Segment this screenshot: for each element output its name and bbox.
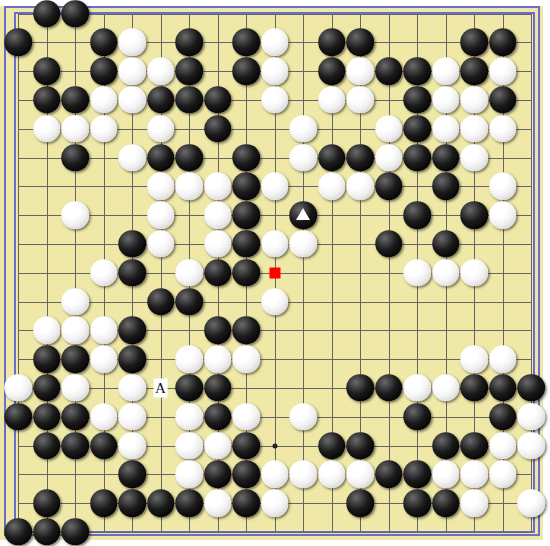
black-stone[interactable] [403,403,431,431]
black-stone[interactable] [517,374,545,402]
black-stone[interactable] [90,29,118,57]
black-stone[interactable] [175,29,203,57]
white-stone[interactable] [403,259,431,287]
black-stone[interactable] [147,288,175,316]
black-stone[interactable] [403,201,431,229]
label-A: A [153,378,168,397]
black-stone[interactable] [4,518,32,546]
white-stone[interactable] [489,57,517,85]
white-stone[interactable] [346,86,374,114]
black-stone[interactable] [175,86,203,114]
black-stone[interactable] [118,461,146,489]
white-stone[interactable] [61,201,89,229]
white-stone[interactable] [147,57,175,85]
white-stone[interactable] [261,86,289,114]
black-stone[interactable] [175,288,203,316]
white-stone[interactable] [204,345,232,373]
black-stone[interactable] [318,144,346,172]
black-stone[interactable] [432,173,460,201]
black-stone[interactable] [90,432,118,460]
black-stone[interactable] [33,0,61,27]
white-stone[interactable] [204,173,232,201]
white-stone[interactable] [346,57,374,85]
white-stone[interactable] [403,374,431,402]
white-stone[interactable] [90,259,118,287]
white-stone[interactable] [175,173,203,201]
black-stone[interactable] [460,29,488,57]
black-stone[interactable] [33,374,61,402]
white-stone[interactable] [432,259,460,287]
white-stone[interactable] [175,345,203,373]
black-stone[interactable] [175,144,203,172]
black-stone[interactable] [318,432,346,460]
white-stone[interactable] [118,144,146,172]
black-stone[interactable] [204,115,232,143]
black-stone[interactable] [346,489,374,517]
black-stone[interactable] [61,144,89,172]
black-stone[interactable] [460,201,488,229]
grid-line-vertical [389,14,390,532]
white-stone[interactable] [289,144,317,172]
black-stone[interactable] [4,403,32,431]
black-stone[interactable] [33,489,61,517]
white-stone[interactable] [460,259,488,287]
black-stone[interactable] [460,57,488,85]
black-stone[interactable] [489,86,517,114]
black-stone[interactable] [90,489,118,517]
white-stone[interactable] [346,173,374,201]
white-stone[interactable] [175,403,203,431]
white-stone[interactable] [175,432,203,460]
white-stone[interactable] [204,201,232,229]
black-stone[interactable] [147,489,175,517]
black-stone[interactable] [175,374,203,402]
white-stone[interactable] [4,374,32,402]
white-stone[interactable] [232,345,260,373]
black-stone[interactable] [403,144,431,172]
black-stone[interactable] [232,144,260,172]
black-stone[interactable] [232,57,260,85]
black-stone[interactable] [460,374,488,402]
black-stone[interactable] [90,57,118,85]
white-stone[interactable] [261,57,289,85]
white-stone[interactable] [432,86,460,114]
white-stone[interactable] [147,201,175,229]
black-stone[interactable] [33,57,61,85]
white-stone[interactable] [261,173,289,201]
white-stone[interactable] [261,489,289,517]
white-stone[interactable] [460,489,488,517]
white-stone[interactable] [90,345,118,373]
white-stone[interactable] [175,259,203,287]
white-stone[interactable] [204,230,232,258]
white-stone[interactable] [489,461,517,489]
white-stone[interactable] [204,432,232,460]
black-stone[interactable] [204,86,232,114]
grid-line-horizontal [18,532,532,533]
white-stone[interactable] [118,374,146,402]
black-stone[interactable] [318,29,346,57]
black-stone[interactable] [346,432,374,460]
white-stone[interactable] [432,374,460,402]
black-stone[interactable] [346,144,374,172]
black-stone[interactable] [375,461,403,489]
black-stone[interactable] [232,461,260,489]
black-stone[interactable] [403,115,431,143]
black-stone[interactable] [147,144,175,172]
white-stone[interactable] [118,432,146,460]
black-stone[interactable] [61,518,89,546]
black-stone[interactable] [232,432,260,460]
black-stone[interactable] [432,432,460,460]
black-stone[interactable] [375,57,403,85]
black-stone[interactable] [61,0,89,27]
white-stone[interactable] [289,115,317,143]
white-stone[interactable] [261,29,289,57]
white-stone[interactable] [318,173,346,201]
white-stone[interactable] [33,115,61,143]
white-stone[interactable] [90,317,118,345]
white-stone[interactable] [318,461,346,489]
white-stone[interactable] [460,345,488,373]
white-stone[interactable] [261,230,289,258]
white-stone[interactable] [517,403,545,431]
go-app-window: A [0,0,550,546]
white-stone[interactable] [204,489,232,517]
black-stone[interactable] [33,345,61,373]
black-stone[interactable] [33,518,61,546]
black-stone[interactable] [432,144,460,172]
white-stone[interactable] [460,144,488,172]
white-stone[interactable] [432,115,460,143]
black-stone[interactable] [232,201,260,229]
black-stone[interactable] [204,403,232,431]
white-stone[interactable] [432,57,460,85]
red-square-marker [269,267,280,278]
black-stone[interactable] [232,230,260,258]
black-stone[interactable] [432,230,460,258]
black-stone[interactable] [403,489,431,517]
white-stone[interactable] [118,403,146,431]
black-stone[interactable] [232,489,260,517]
white-stone[interactable] [517,489,545,517]
black-stone[interactable] [118,345,146,373]
white-stone[interactable] [375,144,403,172]
white-stone[interactable] [118,86,146,114]
black-stone[interactable] [460,432,488,460]
white-stone[interactable] [289,403,317,431]
white-stone[interactable] [346,461,374,489]
black-stone[interactable] [175,489,203,517]
white-stone[interactable] [232,403,260,431]
black-stone[interactable] [61,403,89,431]
black-stone[interactable] [118,230,146,258]
black-stone[interactable] [204,317,232,345]
black-stone[interactable] [346,29,374,57]
white-stone[interactable] [517,432,545,460]
white-stone[interactable] [61,288,89,316]
black-stone[interactable] [489,403,517,431]
white-stone[interactable] [489,345,517,373]
white-stone[interactable] [147,230,175,258]
black-stone[interactable] [147,86,175,114]
black-stone[interactable] [232,29,260,57]
black-stone[interactable] [346,374,374,402]
black-stone[interactable] [33,432,61,460]
white-stone[interactable] [175,461,203,489]
black-stone[interactable] [118,317,146,345]
hoshi-point [272,443,277,448]
black-stone[interactable] [432,489,460,517]
black-stone[interactable] [403,461,431,489]
white-stone[interactable] [118,29,146,57]
white-stone[interactable] [90,86,118,114]
black-stone[interactable] [118,489,146,517]
white-stone[interactable] [289,230,317,258]
white-stone[interactable] [375,115,403,143]
black-stone[interactable] [204,374,232,402]
white-stone[interactable] [147,115,175,143]
black-stone[interactable] [204,461,232,489]
white-stone[interactable] [318,86,346,114]
black-stone[interactable] [61,345,89,373]
black-stone[interactable] [375,230,403,258]
black-stone[interactable] [61,86,89,114]
white-stone[interactable] [118,57,146,85]
grid-line-vertical [303,14,304,532]
black-stone[interactable] [118,259,146,287]
white-stone[interactable] [289,461,317,489]
black-stone[interactable] [232,259,260,287]
black-stone[interactable] [318,57,346,85]
white-stone[interactable] [460,115,488,143]
black-stone[interactable] [204,259,232,287]
white-stone[interactable] [261,461,289,489]
black-stone[interactable] [375,374,403,402]
black-stone[interactable] [489,29,517,57]
black-stone[interactable] [33,86,61,114]
white-stone[interactable] [489,432,517,460]
white-stone[interactable] [61,115,89,143]
white-stone[interactable] [90,115,118,143]
black-stone[interactable] [403,57,431,85]
white-stone[interactable] [489,173,517,201]
white-stone[interactable] [61,317,89,345]
white-stone[interactable] [61,374,89,402]
black-stone[interactable] [232,173,260,201]
white-stone[interactable] [489,115,517,143]
white-stone[interactable] [489,201,517,229]
white-stone[interactable] [432,461,460,489]
black-stone[interactable] [232,317,260,345]
white-stone[interactable] [33,317,61,345]
white-stone[interactable] [90,403,118,431]
black-stone[interactable] [61,432,89,460]
white-stone[interactable] [261,288,289,316]
black-stone[interactable] [33,403,61,431]
black-stone[interactable] [4,29,32,57]
black-stone[interactable] [403,86,431,114]
white-stone[interactable] [460,86,488,114]
triangle-marker [296,208,310,220]
black-stone[interactable] [489,374,517,402]
white-stone[interactable] [147,173,175,201]
black-stone[interactable] [175,57,203,85]
white-stone[interactable] [460,461,488,489]
black-stone[interactable] [375,173,403,201]
